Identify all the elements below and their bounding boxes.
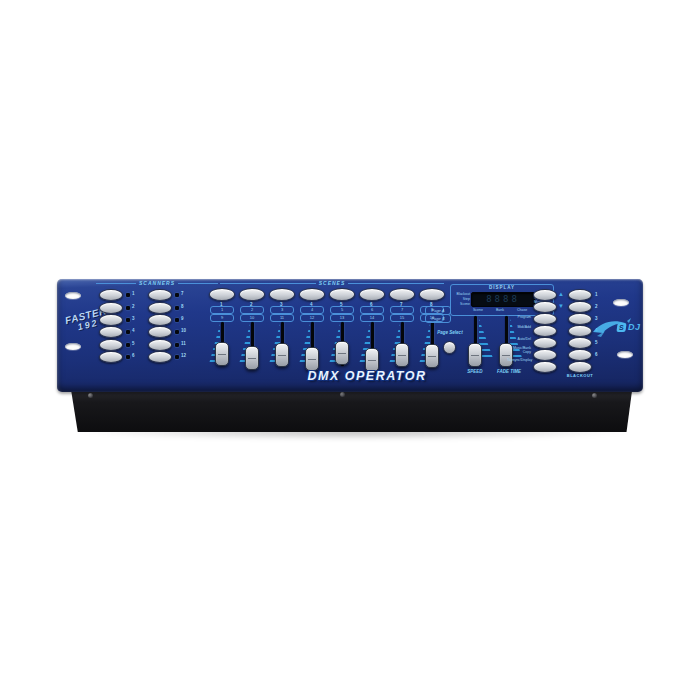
channel-7-page-b-box: 15 — [390, 314, 414, 322]
channel-1-page-a-box: 1 — [210, 306, 234, 314]
channel-strip-2: 2 10 — [239, 306, 265, 372]
channel-7-page-a-box: 7 — [390, 306, 414, 314]
scanner-9-number: 9 — [181, 316, 184, 321]
scanner-10-number: 10 — [181, 328, 186, 333]
mounting-hole — [65, 343, 81, 350]
scanner-2-led — [126, 306, 130, 310]
scanner-11-led — [175, 343, 179, 347]
bank-down-icon: ▼ — [558, 303, 564, 309]
channel-strip-6: 6 14 — [359, 306, 385, 372]
auto-del-button[interactable] — [533, 337, 557, 349]
scanner-8-number: 8 — [181, 304, 184, 309]
scanner-2-button[interactable] — [99, 302, 123, 314]
midi-add-label: Midi/Add — [507, 326, 531, 330]
speed-fader[interactable] — [468, 343, 482, 367]
channel-2-page-a-box: 2 — [240, 306, 264, 314]
channel-strip-3: 3 11 — [269, 306, 295, 372]
program-button[interactable] — [533, 313, 557, 325]
display-label-step: Step — [452, 297, 470, 301]
scanner-9-led — [175, 318, 179, 322]
channel-7-fader[interactable] — [395, 343, 409, 367]
channel-strip-1: 1 9 — [209, 306, 235, 372]
channel-4-page-a-box: 4 — [300, 306, 324, 314]
scanner-3-number: 3 — [132, 316, 135, 321]
display-label-bottom-bank: Bank — [496, 308, 504, 312]
divider-line — [348, 283, 444, 284]
scene-6-button[interactable] — [359, 288, 385, 301]
scanner-11-number: 11 — [181, 341, 186, 346]
scanner-6-led — [126, 355, 130, 359]
scene-8-button[interactable] — [419, 288, 445, 301]
mounting-hole — [613, 299, 629, 306]
scanner-7-button[interactable] — [148, 289, 172, 301]
scanner-12-button[interactable] — [148, 351, 172, 363]
scanner-3-button[interactable] — [99, 314, 123, 326]
fade-time-label: FADE TIME — [489, 369, 529, 374]
divider-line — [178, 283, 218, 284]
scanner-12-number: 12 — [181, 353, 186, 358]
page-select-button[interactable] — [443, 341, 456, 354]
scanner-3-led — [126, 318, 130, 322]
scanner-5-number: 5 — [132, 341, 135, 346]
music-bank-copy-label: Music/Bank Copy — [507, 347, 531, 355]
scene-7-button[interactable] — [389, 288, 415, 301]
product-photo: FASTER 192 SCANNERS 1 2 3 4 5 6 7 — [0, 0, 700, 700]
tapsync-display-label: Tapsync/Display — [507, 359, 531, 363]
scanner-9-button[interactable] — [148, 314, 172, 326]
midi-add-button[interactable] — [533, 325, 557, 337]
lcd-display: 8888 — [471, 292, 535, 307]
channel-6-page-b-box: 14 — [360, 314, 384, 322]
channel-5-fader[interactable] — [335, 341, 349, 365]
scanner-4-button[interactable] — [99, 326, 123, 338]
display-label-blackout: Blackout — [452, 292, 470, 296]
dmx-operator-print: DMX OPERATOR — [282, 369, 452, 383]
channel-4-page-b-box: 12 — [300, 314, 324, 322]
channel-1-page-b-box: 9 — [210, 314, 234, 322]
program-label: Program — [507, 316, 531, 320]
scanner-8-led — [175, 306, 179, 310]
scanner-12-led — [175, 355, 179, 359]
channel-4-fader[interactable] — [305, 347, 319, 371]
screw — [592, 393, 597, 398]
music-bank-copy-button[interactable] — [533, 349, 557, 361]
faceplate: FASTER 192 SCANNERS 1 2 3 4 5 6 7 — [57, 279, 643, 392]
channel-strip-5: 5 13 — [329, 306, 355, 372]
scanner-7-number: 7 — [181, 291, 184, 296]
channel-3-page-b-box: 11 — [270, 314, 294, 322]
display-label-bottom-scene: Scene — [473, 308, 483, 312]
blackout-label: BLACKOUT — [555, 374, 605, 379]
channel-2-fader[interactable] — [245, 346, 259, 370]
chase-6-button[interactable] — [568, 349, 592, 361]
scanner-8-button[interactable] — [148, 302, 172, 314]
channel-2-page-b-box: 10 — [240, 314, 264, 322]
scanner-5-led — [126, 343, 130, 347]
chase-6-number: 6 — [595, 352, 598, 357]
channel-3-fader[interactable] — [275, 343, 289, 367]
scanner-4-led — [126, 330, 130, 334]
scene-2-button[interactable] — [239, 288, 265, 301]
scanners-title-text: SCANNERS — [139, 280, 175, 286]
auto-del-label: Auto/Del — [507, 338, 531, 342]
channel-5-page-b-box: 13 — [330, 314, 354, 322]
divider-line — [96, 283, 136, 284]
bank-down-button[interactable] — [533, 301, 557, 313]
sdj-logo: S DJ — [591, 316, 649, 340]
divider-line — [220, 283, 316, 284]
scene-1-button[interactable] — [209, 288, 235, 301]
scene-4-button[interactable] — [299, 288, 325, 301]
display-label-scene: Scene — [452, 302, 470, 306]
display-label-bottom-chase: Chase — [517, 308, 527, 312]
chase-5-number: 5 — [595, 340, 598, 345]
scenes-title-text: SCENES — [319, 280, 346, 286]
scene-5-button[interactable] — [329, 288, 355, 301]
screw — [340, 392, 345, 397]
scanner-1-button[interactable] — [99, 289, 123, 301]
scanner-10-led — [175, 330, 179, 334]
channel-strip-7: 7 15 — [389, 306, 415, 372]
scanner-1-number: 1 — [132, 291, 135, 296]
mounting-hole — [617, 351, 633, 358]
scanner-2-number: 2 — [132, 304, 135, 309]
scanner-10-button[interactable] — [148, 326, 172, 338]
chase-2-number: 2 — [595, 304, 598, 309]
scanner-4-number: 4 — [132, 328, 135, 333]
page-select-label: Page Select — [431, 330, 469, 335]
scanner-11-button[interactable] — [148, 339, 172, 351]
scanner-7-led — [175, 293, 179, 297]
channel-8-fader[interactable] — [425, 344, 439, 368]
chase-4-button[interactable] — [568, 325, 592, 337]
sdj-logo-s: S — [616, 323, 626, 332]
chassis — [64, 389, 638, 432]
sdj-logo-dj: DJ — [628, 322, 641, 332]
page-b-label: Page B — [425, 314, 451, 323]
scene-3-button[interactable] — [269, 288, 295, 301]
channel-6-page-a-box: 6 — [360, 306, 384, 314]
speed-label: SPEED — [459, 369, 491, 374]
chase-5-button[interactable] — [568, 337, 592, 349]
channel-strip-4: 4 12 — [299, 306, 325, 372]
scanner-5-button[interactable] — [99, 339, 123, 351]
chase-2-button[interactable] — [568, 301, 592, 313]
chase-1-button[interactable] — [568, 289, 592, 301]
bank-up-icon: ▲ — [558, 291, 564, 297]
scanner-6-button[interactable] — [99, 351, 123, 363]
chase-1-number: 1 — [595, 292, 598, 297]
channel-3-page-a-box: 3 — [270, 306, 294, 314]
blackout-button[interactable] — [568, 361, 592, 373]
scanner-1-led — [126, 293, 130, 297]
tapsync-display-button[interactable] — [533, 361, 557, 373]
screw — [88, 393, 93, 398]
bank-up-button[interactable] — [533, 289, 557, 301]
scenes-section-title: SCENES — [217, 280, 447, 286]
chase-3-button[interactable] — [568, 313, 592, 325]
channel-1-fader[interactable] — [215, 342, 229, 366]
scanners-section-title: SCANNERS — [93, 280, 221, 286]
mounting-hole — [65, 292, 81, 299]
scanner-6-number: 6 — [132, 353, 135, 358]
channel-5-page-a-box: 5 — [330, 306, 354, 314]
